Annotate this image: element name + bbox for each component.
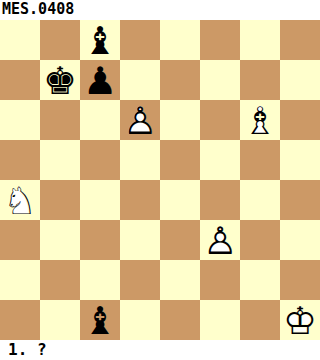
- square-e4[interactable]: [160, 180, 200, 220]
- square-a2[interactable]: [0, 260, 40, 300]
- square-d7[interactable]: [120, 60, 160, 100]
- black-bishop-glyph: ♝: [80, 300, 120, 340]
- piece-black-pawn-c7[interactable]: ♟: [80, 60, 120, 100]
- square-c7[interactable]: ♟: [80, 60, 120, 100]
- square-f6[interactable]: [200, 100, 240, 140]
- square-a7[interactable]: [0, 60, 40, 100]
- diagram-title: MES.0408: [0, 0, 320, 20]
- square-h8[interactable]: [280, 20, 320, 60]
- white-bishop-glyph: ♗: [240, 100, 280, 140]
- square-a4[interactable]: ♞♘: [0, 180, 40, 220]
- white-king-glyph: ♔: [280, 300, 320, 340]
- piece-white-knight-a4[interactable]: ♞♘: [0, 180, 40, 220]
- square-b6[interactable]: [40, 100, 80, 140]
- square-g3[interactable]: [240, 220, 280, 260]
- square-g2[interactable]: [240, 260, 280, 300]
- square-g5[interactable]: [240, 140, 280, 180]
- piece-black-bishop-c8[interactable]: ♝: [80, 20, 120, 60]
- square-h1[interactable]: ♚♔: [280, 300, 320, 340]
- square-f1[interactable]: [200, 300, 240, 340]
- square-e3[interactable]: [160, 220, 200, 260]
- square-g6[interactable]: ♝♗: [240, 100, 280, 140]
- piece-white-pawn-d6[interactable]: ♟♙: [120, 100, 160, 140]
- square-b5[interactable]: [40, 140, 80, 180]
- piece-black-bishop-c1[interactable]: ♝: [80, 300, 120, 340]
- square-b2[interactable]: [40, 260, 80, 300]
- black-king-glyph: ♚: [40, 60, 80, 100]
- square-h3[interactable]: [280, 220, 320, 260]
- square-b4[interactable]: [40, 180, 80, 220]
- square-b3[interactable]: [40, 220, 80, 260]
- move-prompt: 1. ?: [0, 340, 320, 360]
- square-h7[interactable]: [280, 60, 320, 100]
- piece-black-king-b7[interactable]: ♚: [40, 60, 80, 100]
- square-h6[interactable]: [280, 100, 320, 140]
- square-g1[interactable]: [240, 300, 280, 340]
- square-c8[interactable]: ♝: [80, 20, 120, 60]
- square-e8[interactable]: [160, 20, 200, 60]
- square-f2[interactable]: [200, 260, 240, 300]
- square-c6[interactable]: [80, 100, 120, 140]
- square-c5[interactable]: [80, 140, 120, 180]
- square-g8[interactable]: [240, 20, 280, 60]
- square-a5[interactable]: [0, 140, 40, 180]
- chess-board: ♝♚♟♟♙♝♗♞♘♟♙♝♚♔: [0, 20, 320, 340]
- square-e7[interactable]: [160, 60, 200, 100]
- square-b1[interactable]: [40, 300, 80, 340]
- square-e6[interactable]: [160, 100, 200, 140]
- square-c3[interactable]: [80, 220, 120, 260]
- square-d5[interactable]: [120, 140, 160, 180]
- piece-white-bishop-g6[interactable]: ♝♗: [240, 100, 280, 140]
- square-b7[interactable]: ♚: [40, 60, 80, 100]
- square-e5[interactable]: [160, 140, 200, 180]
- square-a3[interactable]: [0, 220, 40, 260]
- square-c1[interactable]: ♝: [80, 300, 120, 340]
- square-h2[interactable]: [280, 260, 320, 300]
- piece-white-pawn-f3[interactable]: ♟♙: [200, 220, 240, 260]
- square-c2[interactable]: [80, 260, 120, 300]
- black-bishop-glyph: ♝: [80, 20, 120, 60]
- square-f4[interactable]: [200, 180, 240, 220]
- white-knight-glyph: ♘: [0, 180, 40, 220]
- square-f5[interactable]: [200, 140, 240, 180]
- square-e2[interactable]: [160, 260, 200, 300]
- square-f8[interactable]: [200, 20, 240, 60]
- white-pawn-glyph: ♙: [120, 100, 160, 140]
- square-a6[interactable]: [0, 100, 40, 140]
- square-e1[interactable]: [160, 300, 200, 340]
- square-d1[interactable]: [120, 300, 160, 340]
- square-d4[interactable]: [120, 180, 160, 220]
- square-f7[interactable]: [200, 60, 240, 100]
- square-h5[interactable]: [280, 140, 320, 180]
- square-g4[interactable]: [240, 180, 280, 220]
- square-d3[interactable]: [120, 220, 160, 260]
- square-c4[interactable]: [80, 180, 120, 220]
- square-a8[interactable]: [0, 20, 40, 60]
- black-pawn-glyph: ♟: [80, 60, 120, 100]
- square-d2[interactable]: [120, 260, 160, 300]
- white-pawn-glyph: ♙: [200, 220, 240, 260]
- square-g7[interactable]: [240, 60, 280, 100]
- square-a1[interactable]: [0, 300, 40, 340]
- piece-white-king-h1[interactable]: ♚♔: [280, 300, 320, 340]
- square-f3[interactable]: ♟♙: [200, 220, 240, 260]
- square-b8[interactable]: [40, 20, 80, 60]
- square-d6[interactable]: ♟♙: [120, 100, 160, 140]
- square-d8[interactable]: [120, 20, 160, 60]
- square-h4[interactable]: [280, 180, 320, 220]
